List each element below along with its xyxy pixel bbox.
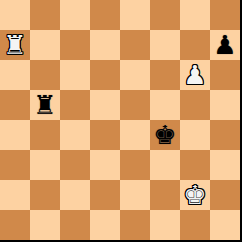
square-e3[interactable]	[120, 150, 150, 180]
square-f6[interactable]	[150, 60, 180, 90]
square-f3[interactable]	[150, 150, 180, 180]
black-king[interactable]: ♚	[153, 120, 176, 150]
square-d5[interactable]	[90, 90, 120, 120]
square-a1[interactable]	[0, 210, 30, 240]
square-g3[interactable]	[180, 150, 210, 180]
square-g6[interactable]: ♟	[180, 60, 210, 90]
square-f8[interactable]	[150, 0, 180, 30]
square-h4[interactable]	[210, 120, 240, 150]
square-c5[interactable]	[60, 90, 90, 120]
square-c6[interactable]	[60, 60, 90, 90]
square-b5[interactable]: ♜	[30, 90, 60, 120]
square-c7[interactable]	[60, 30, 90, 60]
square-f4[interactable]: ♚	[150, 120, 180, 150]
square-e5[interactable]	[120, 90, 150, 120]
white-pawn[interactable]: ♟	[183, 60, 206, 90]
square-a3[interactable]	[0, 150, 30, 180]
square-d3[interactable]	[90, 150, 120, 180]
square-b4[interactable]	[30, 120, 60, 150]
square-h6[interactable]	[210, 60, 240, 90]
square-e4[interactable]	[120, 120, 150, 150]
square-c2[interactable]	[60, 180, 90, 210]
chess-board-frame: ♜♟♟♜♚♚	[0, 0, 242, 242]
square-e1[interactable]	[120, 210, 150, 240]
square-e6[interactable]	[120, 60, 150, 90]
white-rook[interactable]: ♜	[3, 30, 26, 60]
square-b1[interactable]	[30, 210, 60, 240]
white-king[interactable]: ♚	[183, 180, 206, 210]
square-d1[interactable]	[90, 210, 120, 240]
square-d2[interactable]	[90, 180, 120, 210]
square-g2[interactable]: ♚	[180, 180, 210, 210]
square-h8[interactable]	[210, 0, 240, 30]
square-c3[interactable]	[60, 150, 90, 180]
chess-board: ♜♟♟♜♚♚	[0, 0, 240, 240]
square-h2[interactable]	[210, 180, 240, 210]
square-a2[interactable]	[0, 180, 30, 210]
square-d8[interactable]	[90, 0, 120, 30]
square-g7[interactable]	[180, 30, 210, 60]
square-e2[interactable]	[120, 180, 150, 210]
square-h5[interactable]	[210, 90, 240, 120]
square-e8[interactable]	[120, 0, 150, 30]
square-f2[interactable]	[150, 180, 180, 210]
square-h3[interactable]	[210, 150, 240, 180]
square-a5[interactable]	[0, 90, 30, 120]
black-rook[interactable]: ♜	[33, 90, 56, 120]
square-g4[interactable]	[180, 120, 210, 150]
square-a7[interactable]: ♜	[0, 30, 30, 60]
square-g1[interactable]	[180, 210, 210, 240]
square-a8[interactable]	[0, 0, 30, 30]
square-h1[interactable]	[210, 210, 240, 240]
square-e7[interactable]	[120, 30, 150, 60]
square-b8[interactable]	[30, 0, 60, 30]
square-g8[interactable]	[180, 0, 210, 30]
square-b2[interactable]	[30, 180, 60, 210]
square-f1[interactable]	[150, 210, 180, 240]
square-f7[interactable]	[150, 30, 180, 60]
square-c8[interactable]	[60, 0, 90, 30]
square-d4[interactable]	[90, 120, 120, 150]
square-d6[interactable]	[90, 60, 120, 90]
square-f5[interactable]	[150, 90, 180, 120]
square-c4[interactable]	[60, 120, 90, 150]
square-b7[interactable]	[30, 30, 60, 60]
square-h7[interactable]: ♟	[210, 30, 240, 60]
square-g5[interactable]	[180, 90, 210, 120]
square-b3[interactable]	[30, 150, 60, 180]
square-c1[interactable]	[60, 210, 90, 240]
square-a6[interactable]	[0, 60, 30, 90]
square-a4[interactable]	[0, 120, 30, 150]
square-b6[interactable]	[30, 60, 60, 90]
black-pawn[interactable]: ♟	[213, 30, 236, 60]
square-d7[interactable]	[90, 30, 120, 60]
